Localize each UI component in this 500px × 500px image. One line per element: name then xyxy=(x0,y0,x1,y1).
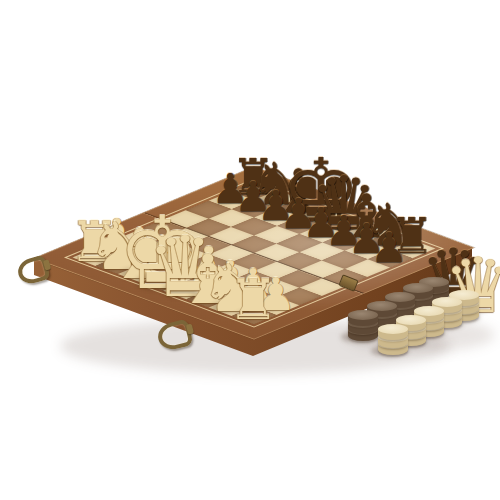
light-checker[interactable] xyxy=(378,325,408,340)
dark-checker[interactable] xyxy=(348,311,378,326)
brass-clasp-icon xyxy=(15,254,51,286)
piece-white-rook[interactable]: ♜ xyxy=(228,272,278,328)
product-photo-scene: ♜♞♝♚♛♝♞♜♟♟♟♟♟♟♟♟♟♟♟♟♟♟♟♟♜♞♝♚♛♝♞♜ ♛♛ xyxy=(0,0,500,500)
piece-black-pawn[interactable]: ♟ xyxy=(371,228,408,269)
